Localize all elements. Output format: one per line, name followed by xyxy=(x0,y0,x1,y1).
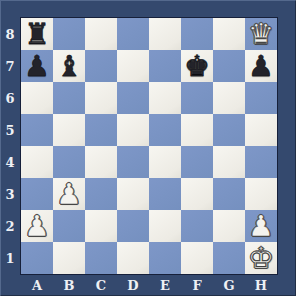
square-c6[interactable] xyxy=(85,82,117,114)
square-h3[interactable] xyxy=(245,178,277,210)
square-g1[interactable] xyxy=(213,242,245,274)
square-g2[interactable] xyxy=(213,210,245,242)
square-c4[interactable] xyxy=(85,146,117,178)
square-h4[interactable] xyxy=(245,146,277,178)
square-f2[interactable] xyxy=(181,210,213,242)
square-f7[interactable]: ♚ xyxy=(181,50,213,82)
rank-label-5: 5 xyxy=(5,123,14,138)
square-a2[interactable]: ♟ xyxy=(21,210,53,242)
chess-board[interactable]: ♜♛♟♝♚♟♟♟♟♚ xyxy=(20,17,278,275)
square-d6[interactable] xyxy=(117,82,149,114)
file-label-h: H xyxy=(255,278,267,293)
square-a3[interactable] xyxy=(21,178,53,210)
square-h5[interactable] xyxy=(245,114,277,146)
square-b3[interactable]: ♟ xyxy=(53,178,85,210)
file-label-g: G xyxy=(223,278,234,293)
piece-white-queen[interactable]: ♛ xyxy=(248,18,274,50)
square-d2[interactable] xyxy=(117,210,149,242)
square-h7[interactable]: ♟ xyxy=(245,50,277,82)
square-a1[interactable] xyxy=(21,242,53,274)
square-g4[interactable] xyxy=(213,146,245,178)
square-f6[interactable] xyxy=(181,82,213,114)
file-labels: ABCDEFGH xyxy=(21,275,277,295)
square-e3[interactable] xyxy=(149,178,181,210)
square-b4[interactable] xyxy=(53,146,85,178)
square-a8[interactable]: ♜ xyxy=(21,18,53,50)
square-e1[interactable] xyxy=(149,242,181,274)
square-b8[interactable] xyxy=(53,18,85,50)
file-label-e: E xyxy=(160,278,170,293)
file-label-c: C xyxy=(96,278,106,293)
piece-black-king[interactable]: ♚ xyxy=(184,50,210,82)
file-label-a: A xyxy=(32,278,42,293)
square-f1[interactable] xyxy=(181,242,213,274)
square-e4[interactable] xyxy=(149,146,181,178)
square-d1[interactable] xyxy=(117,242,149,274)
square-b2[interactable] xyxy=(53,210,85,242)
piece-black-pawn[interactable]: ♟ xyxy=(248,50,274,82)
square-g6[interactable] xyxy=(213,82,245,114)
square-a5[interactable] xyxy=(21,114,53,146)
square-h1[interactable]: ♚ xyxy=(245,242,277,274)
square-h8[interactable]: ♛ xyxy=(245,18,277,50)
square-a7[interactable]: ♟ xyxy=(21,50,53,82)
square-e8[interactable] xyxy=(149,18,181,50)
square-e2[interactable] xyxy=(149,210,181,242)
square-a4[interactable] xyxy=(21,146,53,178)
square-h6[interactable] xyxy=(245,82,277,114)
square-d3[interactable] xyxy=(117,178,149,210)
piece-white-pawn[interactable]: ♟ xyxy=(56,178,82,210)
square-e7[interactable] xyxy=(149,50,181,82)
piece-white-king[interactable]: ♚ xyxy=(248,242,274,274)
square-a6[interactable] xyxy=(21,82,53,114)
piece-black-bishop[interactable]: ♝ xyxy=(56,50,82,82)
square-c2[interactable] xyxy=(85,210,117,242)
file-label-d: D xyxy=(127,278,138,293)
square-f5[interactable] xyxy=(181,114,213,146)
square-f4[interactable] xyxy=(181,146,213,178)
rank-labels: 87654321 xyxy=(0,18,20,274)
chess-diagram-widget: 87654321 ♜♛♟♝♚♟♟♟♟♚ ABCDEFGH xyxy=(0,0,296,296)
square-c1[interactable] xyxy=(85,242,117,274)
rank-label-4: 4 xyxy=(5,155,14,170)
square-d4[interactable] xyxy=(117,146,149,178)
rank-label-7: 7 xyxy=(5,59,14,74)
rank-label-3: 3 xyxy=(5,187,14,202)
square-b5[interactable] xyxy=(53,114,85,146)
piece-black-pawn[interactable]: ♟ xyxy=(24,50,50,82)
rank-label-8: 8 xyxy=(5,27,14,42)
file-label-b: B xyxy=(64,278,75,293)
square-f8[interactable] xyxy=(181,18,213,50)
piece-white-pawn[interactable]: ♟ xyxy=(24,210,50,242)
square-d8[interactable] xyxy=(117,18,149,50)
square-b7[interactable]: ♝ xyxy=(53,50,85,82)
square-d7[interactable] xyxy=(117,50,149,82)
square-g7[interactable] xyxy=(213,50,245,82)
square-c5[interactable] xyxy=(85,114,117,146)
square-h2[interactable]: ♟ xyxy=(245,210,277,242)
rank-label-1: 1 xyxy=(5,251,14,266)
square-b1[interactable] xyxy=(53,242,85,274)
square-f3[interactable] xyxy=(181,178,213,210)
square-c3[interactable] xyxy=(85,178,117,210)
square-g8[interactable] xyxy=(213,18,245,50)
square-g3[interactable] xyxy=(213,178,245,210)
square-e5[interactable] xyxy=(149,114,181,146)
file-label-f: F xyxy=(192,278,201,293)
square-c8[interactable] xyxy=(85,18,117,50)
piece-white-pawn[interactable]: ♟ xyxy=(248,210,274,242)
square-d5[interactable] xyxy=(117,114,149,146)
square-b6[interactable] xyxy=(53,82,85,114)
square-g5[interactable] xyxy=(213,114,245,146)
piece-black-rook[interactable]: ♜ xyxy=(24,18,50,50)
square-c7[interactable] xyxy=(85,50,117,82)
rank-label-6: 6 xyxy=(5,91,14,106)
square-e6[interactable] xyxy=(149,82,181,114)
rank-label-2: 2 xyxy=(5,219,14,234)
